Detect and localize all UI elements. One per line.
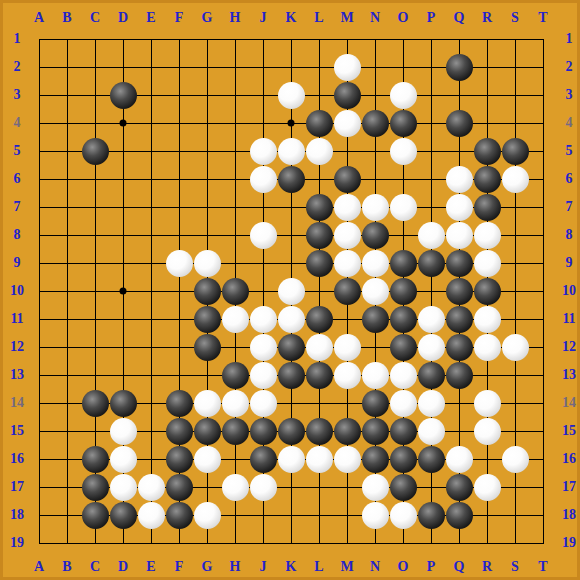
point-Q18[interactable] [445,501,473,529]
point-T15[interactable] [529,417,557,445]
point-J16[interactable] [249,445,277,473]
point-M18[interactable] [333,501,361,529]
point-S8[interactable] [501,221,529,249]
point-O5[interactable] [389,137,417,165]
point-K17[interactable] [277,473,305,501]
point-N3[interactable] [361,81,389,109]
point-O3[interactable] [389,81,417,109]
point-J11[interactable] [249,305,277,333]
point-G11[interactable] [193,305,221,333]
point-S16[interactable] [501,445,529,473]
point-P2[interactable] [417,53,445,81]
point-F13[interactable] [165,361,193,389]
point-H8[interactable] [221,221,249,249]
point-H17[interactable] [221,473,249,501]
point-M9[interactable] [333,249,361,277]
point-A16[interactable] [25,445,53,473]
point-P18[interactable] [417,501,445,529]
point-S11[interactable] [501,305,529,333]
point-H2[interactable] [221,53,249,81]
point-B7[interactable] [53,193,81,221]
point-J14[interactable] [249,389,277,417]
point-L14[interactable] [305,389,333,417]
point-M12[interactable] [333,333,361,361]
point-N7[interactable] [361,193,389,221]
point-N4[interactable] [361,109,389,137]
point-E9[interactable] [137,249,165,277]
point-A9[interactable] [25,249,53,277]
point-E13[interactable] [137,361,165,389]
point-Q12[interactable] [445,333,473,361]
point-P14[interactable] [417,389,445,417]
point-F4[interactable] [165,109,193,137]
point-S12[interactable] [501,333,529,361]
point-B9[interactable] [53,249,81,277]
point-J3[interactable] [249,81,277,109]
point-D2[interactable] [109,53,137,81]
point-A17[interactable] [25,473,53,501]
point-O8[interactable] [389,221,417,249]
point-Q4[interactable] [445,109,473,137]
point-K10[interactable] [277,277,305,305]
point-N5[interactable] [361,137,389,165]
point-H15[interactable] [221,417,249,445]
point-C11[interactable] [81,305,109,333]
point-J12[interactable] [249,333,277,361]
point-P16[interactable] [417,445,445,473]
point-D1[interactable] [109,25,137,53]
point-L6[interactable] [305,165,333,193]
point-T3[interactable] [529,81,557,109]
point-K7[interactable] [277,193,305,221]
point-Q2[interactable] [445,53,473,81]
point-F15[interactable] [165,417,193,445]
point-R1[interactable] [473,25,501,53]
point-S10[interactable] [501,277,529,305]
point-H4[interactable] [221,109,249,137]
point-P15[interactable] [417,417,445,445]
point-D9[interactable] [109,249,137,277]
point-M14[interactable] [333,389,361,417]
point-E5[interactable] [137,137,165,165]
point-C9[interactable] [81,249,109,277]
point-M16[interactable] [333,445,361,473]
point-N14[interactable] [361,389,389,417]
point-E6[interactable] [137,165,165,193]
point-J9[interactable] [249,249,277,277]
point-F1[interactable] [165,25,193,53]
point-M3[interactable] [333,81,361,109]
point-B2[interactable] [53,53,81,81]
point-G16[interactable] [193,445,221,473]
point-D15[interactable] [109,417,137,445]
point-T2[interactable] [529,53,557,81]
point-S3[interactable] [501,81,529,109]
point-P10[interactable] [417,277,445,305]
point-O19[interactable] [389,529,417,557]
point-E10[interactable] [137,277,165,305]
point-T4[interactable] [529,109,557,137]
point-R19[interactable] [473,529,501,557]
point-K4[interactable] [277,109,305,137]
point-Q10[interactable] [445,277,473,305]
point-P8[interactable] [417,221,445,249]
point-A1[interactable] [25,25,53,53]
point-E4[interactable] [137,109,165,137]
point-M5[interactable] [333,137,361,165]
point-J10[interactable] [249,277,277,305]
point-A19[interactable] [25,529,53,557]
point-O18[interactable] [389,501,417,529]
point-H11[interactable] [221,305,249,333]
point-M7[interactable] [333,193,361,221]
point-D6[interactable] [109,165,137,193]
point-R17[interactable] [473,473,501,501]
point-S19[interactable] [501,529,529,557]
point-C17[interactable] [81,473,109,501]
point-P19[interactable] [417,529,445,557]
point-G7[interactable] [193,193,221,221]
point-N13[interactable] [361,361,389,389]
point-D17[interactable] [109,473,137,501]
point-N12[interactable] [361,333,389,361]
point-A4[interactable] [25,109,53,137]
point-S1[interactable] [501,25,529,53]
point-S9[interactable] [501,249,529,277]
point-R12[interactable] [473,333,501,361]
point-R10[interactable] [473,277,501,305]
point-S5[interactable] [501,137,529,165]
point-E16[interactable] [137,445,165,473]
point-G1[interactable] [193,25,221,53]
point-Q7[interactable] [445,193,473,221]
point-R11[interactable] [473,305,501,333]
point-Q13[interactable] [445,361,473,389]
point-R16[interactable] [473,445,501,473]
point-L18[interactable] [305,501,333,529]
point-J15[interactable] [249,417,277,445]
point-A18[interactable] [25,501,53,529]
point-C6[interactable] [81,165,109,193]
point-B16[interactable] [53,445,81,473]
point-O16[interactable] [389,445,417,473]
point-S6[interactable] [501,165,529,193]
point-D8[interactable] [109,221,137,249]
point-S17[interactable] [501,473,529,501]
point-K2[interactable] [277,53,305,81]
point-B19[interactable] [53,529,81,557]
point-F8[interactable] [165,221,193,249]
point-H12[interactable] [221,333,249,361]
point-G10[interactable] [193,277,221,305]
point-B14[interactable] [53,389,81,417]
point-B15[interactable] [53,417,81,445]
point-C10[interactable] [81,277,109,305]
point-K19[interactable] [277,529,305,557]
point-T17[interactable] [529,473,557,501]
point-K15[interactable] [277,417,305,445]
point-S2[interactable] [501,53,529,81]
point-T1[interactable] [529,25,557,53]
point-F14[interactable] [165,389,193,417]
point-K11[interactable] [277,305,305,333]
point-D16[interactable] [109,445,137,473]
point-E19[interactable] [137,529,165,557]
point-S18[interactable] [501,501,529,529]
point-N15[interactable] [361,417,389,445]
point-T9[interactable] [529,249,557,277]
point-Q9[interactable] [445,249,473,277]
point-L16[interactable] [305,445,333,473]
point-L17[interactable] [305,473,333,501]
point-G2[interactable] [193,53,221,81]
point-D18[interactable] [109,501,137,529]
point-M2[interactable] [333,53,361,81]
point-S13[interactable] [501,361,529,389]
point-B11[interactable] [53,305,81,333]
point-C2[interactable] [81,53,109,81]
point-G3[interactable] [193,81,221,109]
point-A10[interactable] [25,277,53,305]
point-P13[interactable] [417,361,445,389]
point-L19[interactable] [305,529,333,557]
point-Q3[interactable] [445,81,473,109]
point-F3[interactable] [165,81,193,109]
point-O1[interactable] [389,25,417,53]
point-B12[interactable] [53,333,81,361]
point-L1[interactable] [305,25,333,53]
point-P9[interactable] [417,249,445,277]
point-O17[interactable] [389,473,417,501]
point-R3[interactable] [473,81,501,109]
point-F16[interactable] [165,445,193,473]
point-M17[interactable] [333,473,361,501]
point-K16[interactable] [277,445,305,473]
point-C5[interactable] [81,137,109,165]
point-A7[interactable] [25,193,53,221]
point-R6[interactable] [473,165,501,193]
point-K1[interactable] [277,25,305,53]
point-A11[interactable] [25,305,53,333]
point-K6[interactable] [277,165,305,193]
point-H3[interactable] [221,81,249,109]
point-A14[interactable] [25,389,53,417]
point-T19[interactable] [529,529,557,557]
point-P1[interactable] [417,25,445,53]
point-C12[interactable] [81,333,109,361]
point-A3[interactable] [25,81,53,109]
point-E11[interactable] [137,305,165,333]
point-K12[interactable] [277,333,305,361]
point-P4[interactable] [417,109,445,137]
point-H6[interactable] [221,165,249,193]
point-G12[interactable] [193,333,221,361]
point-O7[interactable] [389,193,417,221]
point-E15[interactable] [137,417,165,445]
point-N8[interactable] [361,221,389,249]
point-E3[interactable] [137,81,165,109]
point-A8[interactable] [25,221,53,249]
point-O9[interactable] [389,249,417,277]
point-P5[interactable] [417,137,445,165]
point-T10[interactable] [529,277,557,305]
point-L7[interactable] [305,193,333,221]
point-L10[interactable] [305,277,333,305]
point-A5[interactable] [25,137,53,165]
point-Q17[interactable] [445,473,473,501]
point-D4[interactable] [109,109,137,137]
point-F19[interactable] [165,529,193,557]
point-C4[interactable] [81,109,109,137]
point-F2[interactable] [165,53,193,81]
point-T13[interactable] [529,361,557,389]
point-Q5[interactable] [445,137,473,165]
point-F6[interactable] [165,165,193,193]
point-F17[interactable] [165,473,193,501]
point-B6[interactable] [53,165,81,193]
point-K9[interactable] [277,249,305,277]
point-R15[interactable] [473,417,501,445]
point-B13[interactable] [53,361,81,389]
point-R9[interactable] [473,249,501,277]
point-K14[interactable] [277,389,305,417]
point-T12[interactable] [529,333,557,361]
point-P3[interactable] [417,81,445,109]
point-J19[interactable] [249,529,277,557]
point-S4[interactable] [501,109,529,137]
point-S14[interactable] [501,389,529,417]
point-E12[interactable] [137,333,165,361]
point-F10[interactable] [165,277,193,305]
point-J4[interactable] [249,109,277,137]
point-B4[interactable] [53,109,81,137]
point-D12[interactable] [109,333,137,361]
point-M15[interactable] [333,417,361,445]
point-N1[interactable] [361,25,389,53]
point-N10[interactable] [361,277,389,305]
point-N17[interactable] [361,473,389,501]
point-H16[interactable] [221,445,249,473]
point-O10[interactable] [389,277,417,305]
point-A13[interactable] [25,361,53,389]
point-R4[interactable] [473,109,501,137]
point-H5[interactable] [221,137,249,165]
point-Q6[interactable] [445,165,473,193]
point-R7[interactable] [473,193,501,221]
point-F18[interactable] [165,501,193,529]
point-O4[interactable] [389,109,417,137]
point-E2[interactable] [137,53,165,81]
point-H13[interactable] [221,361,249,389]
point-M1[interactable] [333,25,361,53]
point-L13[interactable] [305,361,333,389]
point-K18[interactable] [277,501,305,529]
point-B17[interactable] [53,473,81,501]
point-C1[interactable] [81,25,109,53]
point-E14[interactable] [137,389,165,417]
point-R14[interactable] [473,389,501,417]
point-H14[interactable] [221,389,249,417]
point-J6[interactable] [249,165,277,193]
point-O2[interactable] [389,53,417,81]
point-G9[interactable] [193,249,221,277]
point-H1[interactable] [221,25,249,53]
point-E7[interactable] [137,193,165,221]
point-L15[interactable] [305,417,333,445]
point-H19[interactable] [221,529,249,557]
point-D14[interactable] [109,389,137,417]
point-E18[interactable] [137,501,165,529]
point-N16[interactable] [361,445,389,473]
point-E1[interactable] [137,25,165,53]
point-R2[interactable] [473,53,501,81]
point-P7[interactable] [417,193,445,221]
point-C14[interactable] [81,389,109,417]
point-J2[interactable] [249,53,277,81]
point-O15[interactable] [389,417,417,445]
point-A2[interactable] [25,53,53,81]
point-D7[interactable] [109,193,137,221]
point-J7[interactable] [249,193,277,221]
point-B10[interactable] [53,277,81,305]
point-C19[interactable] [81,529,109,557]
point-N2[interactable] [361,53,389,81]
point-Q8[interactable] [445,221,473,249]
point-H10[interactable] [221,277,249,305]
point-D5[interactable] [109,137,137,165]
point-T5[interactable] [529,137,557,165]
point-M19[interactable] [333,529,361,557]
point-C18[interactable] [81,501,109,529]
point-N18[interactable] [361,501,389,529]
point-E8[interactable] [137,221,165,249]
point-M4[interactable] [333,109,361,137]
point-L2[interactable] [305,53,333,81]
point-F12[interactable] [165,333,193,361]
point-L12[interactable] [305,333,333,361]
point-N11[interactable] [361,305,389,333]
point-L3[interactable] [305,81,333,109]
point-K13[interactable] [277,361,305,389]
point-K3[interactable] [277,81,305,109]
point-T8[interactable] [529,221,557,249]
point-K8[interactable] [277,221,305,249]
point-N19[interactable] [361,529,389,557]
point-G19[interactable] [193,529,221,557]
point-L4[interactable] [305,109,333,137]
point-K5[interactable] [277,137,305,165]
point-T16[interactable] [529,445,557,473]
point-J13[interactable] [249,361,277,389]
point-Q19[interactable] [445,529,473,557]
point-D13[interactable] [109,361,137,389]
point-G15[interactable] [193,417,221,445]
point-S7[interactable] [501,193,529,221]
point-R13[interactable] [473,361,501,389]
point-B1[interactable] [53,25,81,53]
point-T7[interactable] [529,193,557,221]
point-L9[interactable] [305,249,333,277]
point-O13[interactable] [389,361,417,389]
point-S15[interactable] [501,417,529,445]
point-C15[interactable] [81,417,109,445]
point-J18[interactable] [249,501,277,529]
point-F7[interactable] [165,193,193,221]
point-L5[interactable] [305,137,333,165]
point-C3[interactable] [81,81,109,109]
point-M10[interactable] [333,277,361,305]
point-C16[interactable] [81,445,109,473]
